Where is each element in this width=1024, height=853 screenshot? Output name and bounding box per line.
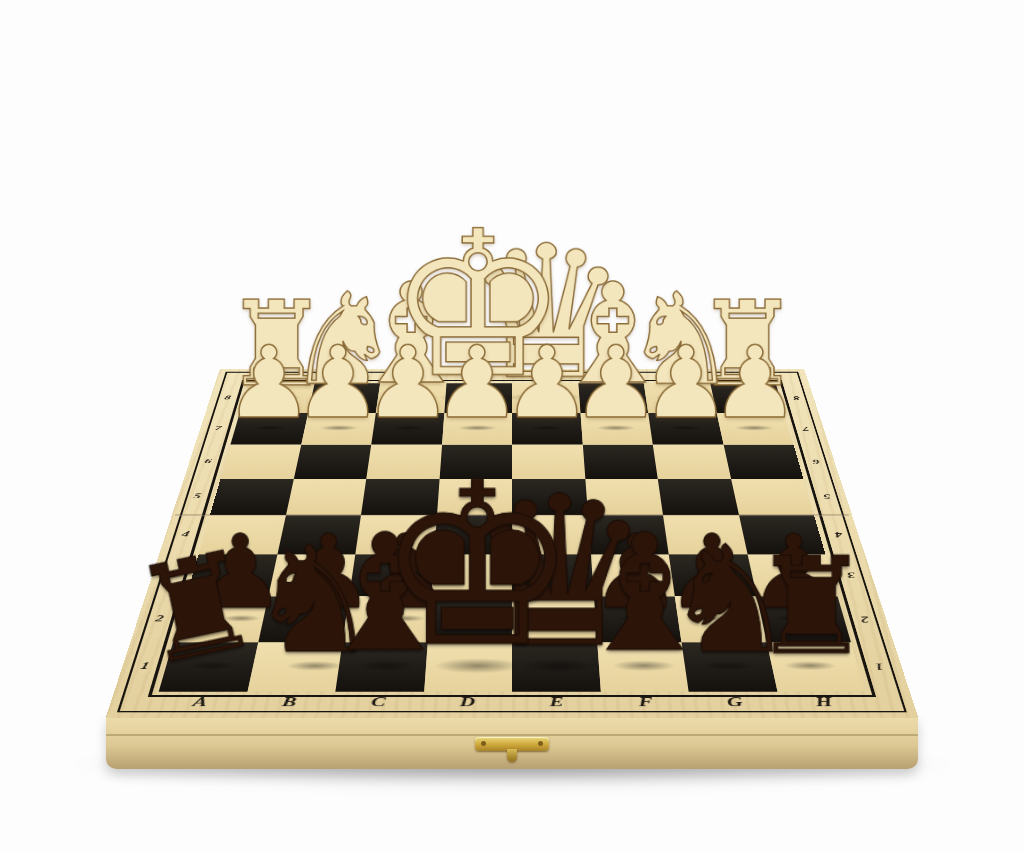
square-b6[interactable] — [293, 445, 371, 479]
file-label-c: C — [370, 695, 386, 710]
squares-grid: ♜♞♝♚♛♝♞♜♟♟♟♟♟♟♟♟♟♟♟♟♟♟♜♞♝♚♛♝♞♜ — [159, 383, 866, 692]
piece-dark-king-d1[interactable]: ♚ — [376, 452, 578, 678]
square-a5[interactable] — [210, 479, 293, 515]
file-label-h: H — [814, 695, 834, 710]
square-h7[interactable]: ♟ — [716, 413, 793, 445]
file-label-g: G — [726, 695, 744, 710]
rank-label-right-7: 7 — [802, 425, 810, 432]
rank-label-left-7: 7 — [214, 425, 222, 432]
square-a1[interactable]: ♜ — [159, 642, 258, 692]
rank-label-right-6: 6 — [812, 458, 821, 465]
file-label-e: E — [549, 695, 564, 710]
square-g6[interactable] — [653, 445, 731, 479]
file-label-b: B — [281, 695, 298, 710]
piece-light-pawn-h7[interactable]: ♟ — [711, 333, 800, 432]
square-a6[interactable] — [221, 445, 301, 479]
file-label-f: F — [638, 695, 654, 710]
file-label-d: D — [459, 695, 475, 710]
chess-scene: 87654321 87654321 ABCDEFGH ♜♞♝♚♛♝♞♜♟♟♟♟♟… — [0, 0, 1024, 853]
square-h5[interactable] — [731, 479, 814, 515]
square-h6[interactable] — [723, 445, 803, 479]
rank-label-right-1: 1 — [874, 661, 885, 672]
rank-label-left-6: 6 — [204, 458, 213, 465]
rank-label-left-5: 5 — [193, 493, 202, 501]
file-labels: ABCDEFGH — [153, 695, 870, 710]
chess-board: 87654321 87654321 ABCDEFGH ♜♞♝♚♛♝♞♜♟♟♟♟♟… — [106, 369, 919, 718]
square-d1[interactable]: ♚ — [424, 642, 512, 692]
product-photo-background: 87654321 87654321 ABCDEFGH ♜♞♝♚♛♝♞♜♟♟♟♟♟… — [0, 0, 1024, 853]
file-label-a: A — [191, 695, 209, 710]
rank-label-right-5: 5 — [822, 493, 831, 501]
